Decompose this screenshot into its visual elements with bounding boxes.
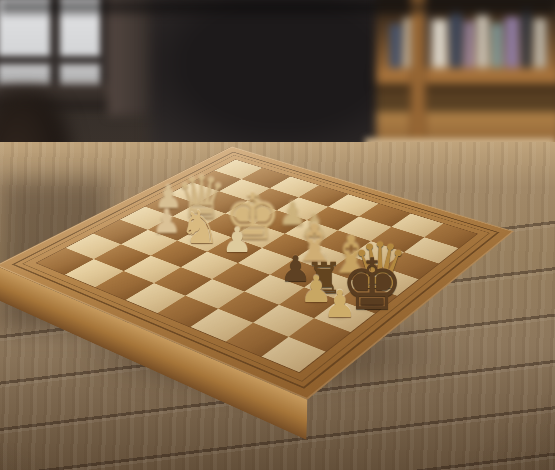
board-square-e3: [212, 263, 270, 291]
board-square-g1: [225, 322, 288, 356]
board-square-g5: [327, 256, 383, 284]
board-square-b2: [94, 244, 151, 271]
board-square-h4: [338, 283, 397, 313]
board-square-e1: [157, 296, 218, 327]
board-square-f1: [191, 309, 253, 342]
board-lighting-overlay: [0, 147, 514, 400]
board-square-d2: [154, 267, 212, 296]
board-square-h3: [314, 300, 375, 332]
board-square-d3: [181, 252, 238, 279]
board-square-h5: [361, 267, 418, 296]
board-square-f4: [270, 259, 327, 287]
board-square-e4: [238, 248, 294, 275]
board-square-a1: [37, 248, 94, 275]
board-square-c2: [123, 255, 181, 283]
top-shadow: [0, 0, 555, 14]
board-square-c1: [95, 271, 154, 300]
board-square-e2: [186, 279, 245, 309]
chess-board: [0, 147, 514, 400]
board-frame: [0, 147, 514, 400]
board-scene: [0, 0, 555, 470]
board-square-b1: [65, 259, 123, 287]
board-square-f3: [245, 275, 304, 304]
board-square-g3: [279, 287, 339, 318]
board-square-g2: [253, 304, 314, 336]
board-square-f2: [219, 291, 279, 322]
board-square-d1: [126, 283, 186, 313]
board-square-h6: [383, 252, 439, 279]
board-square-f5: [294, 244, 349, 271]
board-square-h2: [289, 318, 351, 352]
board-square-h1: [261, 337, 325, 373]
board-square-g4: [304, 271, 362, 300]
